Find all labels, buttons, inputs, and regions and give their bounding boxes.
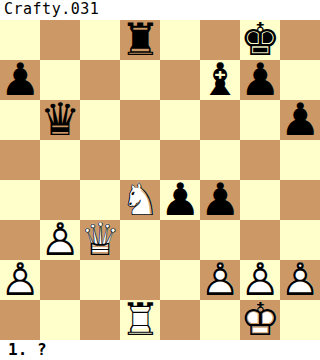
piece-black-pawn[interactable]: ♟ — [0, 60, 40, 100]
piece-black-pawn[interactable]: ♟ — [240, 60, 280, 100]
square-f4[interactable]: ♟ — [200, 180, 240, 220]
black-piece-glyph: ♟ — [200, 179, 240, 219]
square-e1[interactable] — [160, 300, 200, 340]
piece-white-knight[interactable]: ♞♘ — [120, 180, 160, 220]
square-a2[interactable]: ♟♙ — [0, 260, 40, 300]
square-b3[interactable]: ♟♙ — [40, 220, 80, 260]
white-piece-outline-layer: ♘ — [120, 179, 160, 219]
white-piece-outline-layer: ♙ — [200, 259, 240, 299]
square-h1[interactable] — [280, 300, 320, 340]
piece-white-queen[interactable]: ♛♕ — [80, 220, 120, 260]
square-a6[interactable] — [0, 100, 40, 140]
square-h4[interactable] — [280, 180, 320, 220]
square-a1[interactable] — [0, 300, 40, 340]
square-c2[interactable] — [80, 260, 120, 300]
square-e6[interactable] — [160, 100, 200, 140]
piece-white-pawn[interactable]: ♟♙ — [280, 260, 320, 300]
square-h8[interactable] — [280, 20, 320, 60]
square-h5[interactable] — [280, 140, 320, 180]
piece-black-rook[interactable]: ♜ — [120, 20, 160, 60]
piece-black-pawn[interactable]: ♟ — [160, 180, 200, 220]
square-h2[interactable]: ♟♙ — [280, 260, 320, 300]
piece-white-pawn[interactable]: ♟♙ — [40, 220, 80, 260]
black-piece-glyph: ♟ — [160, 179, 200, 219]
white-piece-outline-layer: ♕ — [80, 219, 120, 259]
square-h6[interactable]: ♟ — [280, 100, 320, 140]
square-b1[interactable] — [40, 300, 80, 340]
square-f1[interactable] — [200, 300, 240, 340]
white-piece-outline-layer: ♖ — [120, 299, 160, 339]
white-piece-outline-layer: ♔ — [240, 299, 280, 339]
square-a7[interactable]: ♟ — [0, 60, 40, 100]
square-e2[interactable] — [160, 260, 200, 300]
square-a4[interactable] — [0, 180, 40, 220]
board: ♜♚♟♝♟♛♟♞♘♟♟♟♙♛♕♟♙♟♙♟♙♟♙♜♖♚♔ — [0, 20, 320, 340]
square-b6[interactable]: ♛ — [40, 100, 80, 140]
piece-white-rook[interactable]: ♜♖ — [120, 300, 160, 340]
square-g6[interactable] — [240, 100, 280, 140]
square-g1[interactable]: ♚♔ — [240, 300, 280, 340]
piece-black-pawn[interactable]: ♟ — [280, 100, 320, 140]
white-piece-outline-layer: ♙ — [280, 259, 320, 299]
square-c6[interactable] — [80, 100, 120, 140]
square-e7[interactable] — [160, 60, 200, 100]
square-d7[interactable] — [120, 60, 160, 100]
square-f7[interactable]: ♝ — [200, 60, 240, 100]
square-e8[interactable] — [160, 20, 200, 60]
square-c1[interactable] — [80, 300, 120, 340]
square-d8[interactable]: ♜ — [120, 20, 160, 60]
piece-white-king[interactable]: ♚♔ — [240, 300, 280, 340]
white-piece-outline-layer: ♙ — [0, 259, 40, 299]
black-piece-glyph: ♟ — [240, 59, 280, 99]
chess-diagram: Crafty.031 ♜♚♟♝♟♛♟♞♘♟♟♟♙♛♕♟♙♟♙♟♙♟♙♜♖♚♔ 1… — [0, 0, 320, 360]
square-e3[interactable] — [160, 220, 200, 260]
white-piece-outline-layer: ♙ — [40, 219, 80, 259]
square-d3[interactable] — [120, 220, 160, 260]
square-g7[interactable]: ♟ — [240, 60, 280, 100]
square-c7[interactable] — [80, 60, 120, 100]
square-c3[interactable]: ♛♕ — [80, 220, 120, 260]
black-piece-glyph: ♜ — [120, 19, 160, 59]
piece-white-pawn[interactable]: ♟♙ — [0, 260, 40, 300]
square-f6[interactable] — [200, 100, 240, 140]
square-b8[interactable] — [40, 20, 80, 60]
black-piece-glyph: ♛ — [40, 99, 80, 139]
black-piece-glyph: ♟ — [280, 99, 320, 139]
square-f2[interactable]: ♟♙ — [200, 260, 240, 300]
piece-black-pawn[interactable]: ♟ — [200, 180, 240, 220]
square-a5[interactable] — [0, 140, 40, 180]
square-b2[interactable] — [40, 260, 80, 300]
square-g5[interactable] — [240, 140, 280, 180]
black-piece-glyph: ♟ — [0, 59, 40, 99]
piece-black-bishop[interactable]: ♝ — [200, 60, 240, 100]
square-c5[interactable] — [80, 140, 120, 180]
black-piece-glyph: ♝ — [200, 59, 240, 99]
square-e4[interactable]: ♟ — [160, 180, 200, 220]
square-g4[interactable] — [240, 180, 280, 220]
square-d4[interactable]: ♞♘ — [120, 180, 160, 220]
square-d1[interactable]: ♜♖ — [120, 300, 160, 340]
square-b5[interactable] — [40, 140, 80, 180]
square-c8[interactable] — [80, 20, 120, 60]
piece-black-queen[interactable]: ♛ — [40, 100, 80, 140]
piece-white-pawn[interactable]: ♟♙ — [200, 260, 240, 300]
square-d6[interactable] — [120, 100, 160, 140]
